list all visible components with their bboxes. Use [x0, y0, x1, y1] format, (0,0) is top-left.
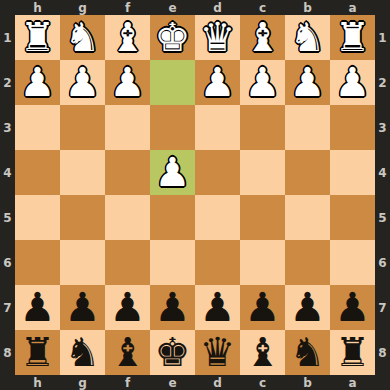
square-g8[interactable]: ♞ — [60, 330, 105, 375]
white-rook[interactable]: ♜ — [335, 17, 371, 57]
square-f4[interactable] — [105, 150, 150, 195]
square-f8[interactable]: ♝ — [105, 330, 150, 375]
rank-label-7: 7 — [375, 285, 390, 330]
square-a8[interactable]: ♜ — [330, 330, 375, 375]
square-c3[interactable] — [240, 105, 285, 150]
white-pawn[interactable]: ♟ — [245, 62, 281, 102]
black-pawn[interactable]: ♟ — [155, 287, 191, 327]
square-a2[interactable]: ♟ — [330, 60, 375, 105]
rank-label-3: 3 — [375, 105, 390, 150]
file-label-a: a — [330, 375, 375, 390]
white-king[interactable]: ♚ — [155, 17, 191, 57]
rank-label-8: 8 — [0, 330, 15, 375]
rank-label-1: 1 — [0, 15, 15, 60]
square-a5[interactable] — [330, 195, 375, 240]
square-h5[interactable] — [15, 195, 60, 240]
square-a1[interactable]: ♜ — [330, 15, 375, 60]
white-pawn[interactable]: ♟ — [290, 62, 326, 102]
black-knight[interactable]: ♞ — [65, 332, 101, 372]
white-knight[interactable]: ♞ — [290, 17, 326, 57]
black-queen[interactable]: ♛ — [200, 332, 236, 372]
rank-label-7: 7 — [0, 285, 15, 330]
square-f6[interactable] — [105, 240, 150, 285]
black-rook[interactable]: ♜ — [20, 332, 56, 372]
white-bishop[interactable]: ♝ — [245, 17, 281, 57]
white-pawn[interactable]: ♟ — [200, 62, 236, 102]
square-h4[interactable] — [15, 150, 60, 195]
white-pawn[interactable]: ♟ — [110, 62, 146, 102]
white-bishop[interactable]: ♝ — [110, 17, 146, 57]
square-d7[interactable]: ♟ — [195, 285, 240, 330]
square-g1[interactable]: ♞ — [60, 15, 105, 60]
square-e3[interactable] — [150, 105, 195, 150]
square-e6[interactable] — [150, 240, 195, 285]
square-a7[interactable]: ♟ — [330, 285, 375, 330]
black-bishop[interactable]: ♝ — [245, 332, 281, 372]
white-pawn[interactable]: ♟ — [65, 62, 101, 102]
rank-label-5: 5 — [375, 195, 390, 240]
file-labels-bottom: hgfedcba — [15, 375, 375, 390]
square-d3[interactable] — [195, 105, 240, 150]
square-h3[interactable] — [15, 105, 60, 150]
square-c4[interactable] — [240, 150, 285, 195]
black-rook[interactable]: ♜ — [335, 332, 371, 372]
square-b1[interactable]: ♞ — [285, 15, 330, 60]
black-pawn[interactable]: ♟ — [245, 287, 281, 327]
square-b2[interactable]: ♟ — [285, 60, 330, 105]
square-h7[interactable]: ♟ — [15, 285, 60, 330]
file-label-g: g — [60, 375, 105, 390]
square-c5[interactable] — [240, 195, 285, 240]
rank-labels-right: 12345678 — [375, 15, 390, 375]
black-bishop[interactable]: ♝ — [110, 332, 146, 372]
rank-label-8: 8 — [375, 330, 390, 375]
file-label-c: c — [240, 375, 285, 390]
file-label-b: b — [285, 375, 330, 390]
square-d2[interactable]: ♟ — [195, 60, 240, 105]
square-b5[interactable] — [285, 195, 330, 240]
black-pawn[interactable]: ♟ — [290, 287, 326, 327]
black-pawn[interactable]: ♟ — [200, 287, 236, 327]
rank-label-3: 3 — [0, 105, 15, 150]
square-b8[interactable]: ♞ — [285, 330, 330, 375]
square-g7[interactable]: ♟ — [60, 285, 105, 330]
rank-label-4: 4 — [375, 150, 390, 195]
rank-label-1: 1 — [375, 15, 390, 60]
square-h8[interactable]: ♜ — [15, 330, 60, 375]
square-h1[interactable]: ♜ — [15, 15, 60, 60]
white-pawn[interactable]: ♟ — [20, 62, 56, 102]
square-b3[interactable] — [285, 105, 330, 150]
square-d1[interactable]: ♛ — [195, 15, 240, 60]
square-d8[interactable]: ♛ — [195, 330, 240, 375]
white-pawn[interactable]: ♟ — [155, 152, 191, 192]
square-d5[interactable] — [195, 195, 240, 240]
square-f7[interactable]: ♟ — [105, 285, 150, 330]
black-pawn[interactable]: ♟ — [110, 287, 146, 327]
square-e1[interactable]: ♚ — [150, 15, 195, 60]
square-c7[interactable]: ♟ — [240, 285, 285, 330]
rank-label-6: 6 — [375, 240, 390, 285]
square-c1[interactable]: ♝ — [240, 15, 285, 60]
square-e4[interactable]: ♟ — [150, 150, 195, 195]
square-f1[interactable]: ♝ — [105, 15, 150, 60]
square-e7[interactable]: ♟ — [150, 285, 195, 330]
white-pawn[interactable]: ♟ — [335, 62, 371, 102]
square-f2[interactable]: ♟ — [105, 60, 150, 105]
white-queen[interactable]: ♛ — [200, 17, 236, 57]
square-e5[interactable] — [150, 195, 195, 240]
square-g2[interactable]: ♟ — [60, 60, 105, 105]
square-f3[interactable] — [105, 105, 150, 150]
square-h2[interactable]: ♟ — [15, 60, 60, 105]
white-rook[interactable]: ♜ — [20, 17, 56, 57]
square-c6[interactable] — [240, 240, 285, 285]
square-h6[interactable] — [15, 240, 60, 285]
board-grid: ♜♞♝♚♛♝♞♜♟♟♟♟♟♟♟♟♟♟♟♟♟♟♟♟♜♞♝♚♛♝♞♜ — [15, 15, 375, 375]
square-g6[interactable] — [60, 240, 105, 285]
square-d4[interactable] — [195, 150, 240, 195]
file-label-f: f — [105, 375, 150, 390]
square-g5[interactable] — [60, 195, 105, 240]
black-knight[interactable]: ♞ — [290, 332, 326, 372]
black-pawn[interactable]: ♟ — [20, 287, 56, 327]
square-a6[interactable] — [330, 240, 375, 285]
square-f5[interactable] — [105, 195, 150, 240]
file-label-e: e — [150, 375, 195, 390]
rank-labels-left: 12345678 — [0, 15, 15, 375]
square-g3[interactable] — [60, 105, 105, 150]
rank-label-5: 5 — [0, 195, 15, 240]
square-c2[interactable]: ♟ — [240, 60, 285, 105]
square-c8[interactable]: ♝ — [240, 330, 285, 375]
square-g4[interactable] — [60, 150, 105, 195]
file-label-h: h — [15, 375, 60, 390]
chess-board-frame: hgfedcba 12345678 ♜♞♝♚♛♝♞♜♟♟♟♟♟♟♟♟♟♟♟♟♟♟… — [0, 0, 390, 390]
square-a3[interactable] — [330, 105, 375, 150]
square-b6[interactable] — [285, 240, 330, 285]
square-e2[interactable] — [150, 60, 195, 105]
rank-label-2: 2 — [0, 60, 15, 105]
rank-label-4: 4 — [0, 150, 15, 195]
square-b7[interactable]: ♟ — [285, 285, 330, 330]
black-pawn[interactable]: ♟ — [335, 287, 371, 327]
square-a4[interactable] — [330, 150, 375, 195]
square-d6[interactable] — [195, 240, 240, 285]
square-e8[interactable]: ♚ — [150, 330, 195, 375]
file-label-d: d — [195, 375, 240, 390]
rank-label-6: 6 — [0, 240, 15, 285]
white-knight[interactable]: ♞ — [65, 17, 101, 57]
square-b4[interactable] — [285, 150, 330, 195]
black-king[interactable]: ♚ — [155, 332, 191, 372]
black-pawn[interactable]: ♟ — [65, 287, 101, 327]
rank-label-2: 2 — [375, 60, 390, 105]
